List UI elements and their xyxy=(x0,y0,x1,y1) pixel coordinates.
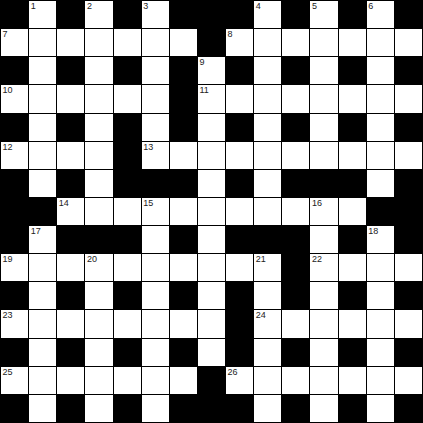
white-cell[interactable] xyxy=(339,310,366,337)
white-cell[interactable] xyxy=(339,367,366,394)
white-cell[interactable] xyxy=(367,310,394,337)
white-cell[interactable] xyxy=(395,310,422,337)
black-cell xyxy=(226,1,253,28)
white-cell[interactable] xyxy=(29,29,56,56)
black-cell xyxy=(198,29,225,56)
white-cell[interactable] xyxy=(282,367,309,394)
white-cell[interactable] xyxy=(85,142,112,169)
clue-number: 5 xyxy=(312,1,317,11)
white-cell[interactable] xyxy=(254,142,281,169)
black-cell xyxy=(395,170,422,197)
black-cell xyxy=(170,1,197,28)
white-cell[interactable]: 9 xyxy=(198,57,225,84)
white-cell[interactable]: 23 xyxy=(1,310,28,337)
white-cell[interactable] xyxy=(282,29,309,56)
clue-number: 11 xyxy=(199,85,208,95)
white-cell[interactable]: 17 xyxy=(29,226,56,253)
white-cell[interactable] xyxy=(85,85,112,112)
clue-number: 17 xyxy=(31,226,41,236)
clue-number: 4 xyxy=(256,1,261,11)
white-cell[interactable] xyxy=(170,254,197,281)
black-cell xyxy=(1,395,28,422)
white-cell[interactable] xyxy=(310,57,337,84)
white-cell[interactable] xyxy=(367,282,394,309)
black-cell xyxy=(282,170,309,197)
white-cell[interactable] xyxy=(170,310,197,337)
white-cell[interactable]: 15 xyxy=(142,198,169,225)
white-cell[interactable] xyxy=(367,57,394,84)
crossword-grid: 1234567891011121314151617181920212223242… xyxy=(0,0,423,423)
black-cell xyxy=(142,170,169,197)
black-cell xyxy=(395,1,422,28)
clue-number: 12 xyxy=(3,142,13,152)
black-cell xyxy=(282,1,309,28)
white-cell[interactable] xyxy=(85,367,112,394)
white-cell[interactable] xyxy=(395,254,422,281)
black-cell xyxy=(226,395,253,422)
white-cell[interactable]: 22 xyxy=(310,254,337,281)
white-cell[interactable] xyxy=(85,170,112,197)
black-cell xyxy=(226,282,253,309)
clue-number: 9 xyxy=(199,57,204,67)
black-cell xyxy=(1,1,28,28)
black-cell xyxy=(198,1,225,28)
black-cell xyxy=(395,198,422,225)
white-cell[interactable] xyxy=(339,142,366,169)
black-cell xyxy=(339,170,366,197)
white-cell[interactable] xyxy=(367,142,394,169)
white-cell[interactable] xyxy=(254,395,281,422)
black-cell xyxy=(170,170,197,197)
white-cell[interactable] xyxy=(85,395,112,422)
white-cell[interactable] xyxy=(310,310,337,337)
white-cell[interactable]: 14 xyxy=(57,198,84,225)
white-cell[interactable] xyxy=(57,310,84,337)
black-cell xyxy=(395,57,422,84)
black-cell xyxy=(170,395,197,422)
black-cell xyxy=(395,395,422,422)
white-cell[interactable] xyxy=(198,310,225,337)
white-cell[interactable]: 5 xyxy=(310,1,337,28)
white-cell[interactable] xyxy=(85,310,112,337)
black-cell xyxy=(57,170,84,197)
white-cell[interactable]: 26 xyxy=(226,367,253,394)
black-cell xyxy=(226,170,253,197)
white-cell[interactable] xyxy=(310,29,337,56)
black-cell xyxy=(57,339,84,366)
black-cell xyxy=(1,198,28,225)
black-cell xyxy=(226,114,253,141)
white-cell[interactable] xyxy=(367,339,394,366)
black-cell xyxy=(282,114,309,141)
black-cell xyxy=(170,114,197,141)
white-cell[interactable] xyxy=(57,85,84,112)
white-cell[interactable]: 19 xyxy=(1,254,28,281)
white-cell[interactable] xyxy=(57,367,84,394)
white-cell[interactable] xyxy=(114,85,141,112)
black-cell xyxy=(226,226,253,253)
white-cell[interactable] xyxy=(198,254,225,281)
white-cell[interactable] xyxy=(367,395,394,422)
white-cell[interactable] xyxy=(142,29,169,56)
white-cell[interactable] xyxy=(282,310,309,337)
black-cell xyxy=(339,57,366,84)
black-cell xyxy=(1,170,28,197)
white-cell[interactable] xyxy=(57,142,84,169)
white-cell[interactable] xyxy=(254,170,281,197)
white-cell[interactable]: 7 xyxy=(1,29,28,56)
white-cell[interactable]: 12 xyxy=(1,142,28,169)
white-cell[interactable] xyxy=(198,142,225,169)
black-cell xyxy=(226,310,253,337)
white-cell[interactable] xyxy=(395,367,422,394)
white-cell[interactable] xyxy=(198,339,225,366)
white-cell[interactable] xyxy=(367,170,394,197)
white-cell[interactable] xyxy=(142,282,169,309)
white-cell[interactable] xyxy=(395,85,422,112)
black-cell xyxy=(1,339,28,366)
black-cell xyxy=(114,57,141,84)
white-cell[interactable] xyxy=(142,395,169,422)
black-cell xyxy=(282,254,309,281)
white-cell[interactable]: 18 xyxy=(367,226,394,253)
white-cell[interactable] xyxy=(310,395,337,422)
white-cell[interactable] xyxy=(114,310,141,337)
clue-number: 23 xyxy=(3,310,13,320)
clue-number: 13 xyxy=(143,142,153,152)
black-cell xyxy=(339,114,366,141)
black-cell xyxy=(57,282,84,309)
white-cell[interactable] xyxy=(142,57,169,84)
white-cell[interactable] xyxy=(29,85,56,112)
white-cell[interactable] xyxy=(254,85,281,112)
white-cell[interactable] xyxy=(226,142,253,169)
white-cell[interactable] xyxy=(29,367,56,394)
black-cell xyxy=(282,395,309,422)
white-cell[interactable] xyxy=(339,198,366,225)
white-cell[interactable] xyxy=(254,29,281,56)
white-cell[interactable]: 21 xyxy=(254,254,281,281)
black-cell xyxy=(339,226,366,253)
white-cell[interactable] xyxy=(339,85,366,112)
white-cell[interactable] xyxy=(29,114,56,141)
white-cell[interactable] xyxy=(29,142,56,169)
white-cell[interactable] xyxy=(170,198,197,225)
white-cell[interactable] xyxy=(142,114,169,141)
white-cell[interactable] xyxy=(367,114,394,141)
clue-number: 21 xyxy=(256,254,266,264)
clue-number: 10 xyxy=(3,85,13,95)
white-cell[interactable] xyxy=(254,282,281,309)
white-cell[interactable] xyxy=(142,367,169,394)
white-cell[interactable] xyxy=(226,85,253,112)
white-cell[interactable] xyxy=(339,29,366,56)
black-cell xyxy=(310,170,337,197)
white-cell[interactable] xyxy=(85,29,112,56)
black-cell xyxy=(395,339,422,366)
white-cell[interactable] xyxy=(395,142,422,169)
white-cell[interactable] xyxy=(310,282,337,309)
black-cell xyxy=(170,226,197,253)
white-cell[interactable] xyxy=(198,170,225,197)
black-cell xyxy=(170,57,197,84)
black-cell xyxy=(254,226,281,253)
black-cell xyxy=(395,226,422,253)
white-cell[interactable] xyxy=(226,198,253,225)
white-cell[interactable] xyxy=(367,85,394,112)
black-cell xyxy=(282,282,309,309)
white-cell[interactable] xyxy=(254,339,281,366)
black-cell xyxy=(367,198,394,225)
black-cell xyxy=(1,57,28,84)
white-cell[interactable] xyxy=(114,367,141,394)
white-cell[interactable] xyxy=(170,142,197,169)
black-cell xyxy=(114,1,141,28)
clue-number: 20 xyxy=(87,254,97,264)
white-cell[interactable] xyxy=(57,29,84,56)
white-cell[interactable] xyxy=(114,29,141,56)
clue-number: 6 xyxy=(368,1,373,11)
black-cell xyxy=(57,226,84,253)
black-cell xyxy=(1,226,28,253)
white-cell[interactable] xyxy=(29,57,56,84)
white-cell[interactable] xyxy=(367,29,394,56)
black-cell xyxy=(170,85,197,112)
black-cell xyxy=(114,170,141,197)
black-cell xyxy=(339,395,366,422)
white-cell[interactable] xyxy=(254,198,281,225)
white-cell[interactable] xyxy=(29,339,56,366)
clue-number: 14 xyxy=(59,198,69,208)
clue-number: 3 xyxy=(143,1,148,11)
black-cell xyxy=(339,282,366,309)
white-cell[interactable] xyxy=(254,367,281,394)
black-cell xyxy=(170,282,197,309)
white-cell[interactable]: 25 xyxy=(1,367,28,394)
white-cell[interactable] xyxy=(142,310,169,337)
white-cell[interactable] xyxy=(395,29,422,56)
black-cell xyxy=(57,1,84,28)
white-cell[interactable] xyxy=(85,282,112,309)
white-cell[interactable] xyxy=(198,114,225,141)
white-cell[interactable] xyxy=(198,226,225,253)
white-cell[interactable] xyxy=(310,339,337,366)
white-cell[interactable] xyxy=(85,198,112,225)
white-cell[interactable]: 8 xyxy=(226,29,253,56)
white-cell[interactable] xyxy=(310,85,337,112)
white-cell[interactable] xyxy=(142,339,169,366)
black-cell xyxy=(57,57,84,84)
black-cell xyxy=(114,395,141,422)
white-cell[interactable] xyxy=(310,114,337,141)
white-cell[interactable]: 11 xyxy=(198,85,225,112)
white-cell[interactable] xyxy=(282,85,309,112)
clue-number: 16 xyxy=(312,198,322,208)
white-cell[interactable] xyxy=(85,57,112,84)
white-cell[interactable] xyxy=(85,114,112,141)
black-cell xyxy=(29,198,56,225)
black-cell xyxy=(282,57,309,84)
black-cell xyxy=(170,339,197,366)
clue-number: 25 xyxy=(3,367,13,377)
white-cell[interactable] xyxy=(170,29,197,56)
white-cell[interactable] xyxy=(367,254,394,281)
white-cell[interactable] xyxy=(29,254,56,281)
white-cell[interactable]: 3 xyxy=(142,1,169,28)
white-cell[interactable] xyxy=(226,254,253,281)
white-cell[interactable]: 16 xyxy=(310,198,337,225)
white-cell[interactable] xyxy=(114,254,141,281)
white-cell[interactable] xyxy=(198,282,225,309)
white-cell[interactable]: 2 xyxy=(85,1,112,28)
clue-number: 7 xyxy=(3,29,8,39)
white-cell[interactable] xyxy=(367,367,394,394)
white-cell[interactable] xyxy=(114,198,141,225)
black-cell xyxy=(114,339,141,366)
white-cell[interactable]: 20 xyxy=(85,254,112,281)
white-cell[interactable] xyxy=(142,226,169,253)
black-cell xyxy=(1,282,28,309)
black-cell xyxy=(57,395,84,422)
black-cell xyxy=(114,114,141,141)
white-cell[interactable]: 13 xyxy=(142,142,169,169)
black-cell xyxy=(395,114,422,141)
clue-number: 2 xyxy=(87,1,92,11)
clue-number: 22 xyxy=(312,254,322,264)
white-cell[interactable] xyxy=(29,170,56,197)
white-cell[interactable] xyxy=(339,254,366,281)
white-cell[interactable]: 24 xyxy=(254,310,281,337)
clue-number: 8 xyxy=(228,29,233,39)
white-cell[interactable] xyxy=(310,226,337,253)
white-cell[interactable] xyxy=(57,254,84,281)
clue-number: 15 xyxy=(143,198,153,208)
white-cell[interactable] xyxy=(254,114,281,141)
black-cell xyxy=(114,226,141,253)
clue-number: 19 xyxy=(3,254,13,264)
white-cell[interactable] xyxy=(142,85,169,112)
clue-number: 24 xyxy=(256,310,266,320)
black-cell xyxy=(339,339,366,366)
black-cell xyxy=(1,114,28,141)
black-cell xyxy=(114,282,141,309)
black-cell xyxy=(395,282,422,309)
white-cell[interactable]: 4 xyxy=(254,1,281,28)
clue-number: 26 xyxy=(228,367,238,377)
black-cell xyxy=(114,142,141,169)
white-cell[interactable] xyxy=(198,198,225,225)
black-cell xyxy=(226,57,253,84)
white-cell[interactable] xyxy=(282,198,309,225)
white-cell[interactable] xyxy=(254,57,281,84)
white-cell[interactable]: 6 xyxy=(367,1,394,28)
white-cell[interactable] xyxy=(282,142,309,169)
white-cell[interactable] xyxy=(142,254,169,281)
white-cell[interactable] xyxy=(29,282,56,309)
black-cell xyxy=(85,226,112,253)
white-cell[interactable]: 10 xyxy=(1,85,28,112)
black-cell xyxy=(226,339,253,366)
white-cell[interactable] xyxy=(310,367,337,394)
white-cell[interactable] xyxy=(29,395,56,422)
white-cell[interactable] xyxy=(310,142,337,169)
white-cell[interactable]: 1 xyxy=(29,1,56,28)
clue-number: 1 xyxy=(31,1,36,11)
white-cell[interactable] xyxy=(29,310,56,337)
black-cell xyxy=(282,339,309,366)
black-cell xyxy=(339,1,366,28)
black-cell xyxy=(198,395,225,422)
white-cell[interactable] xyxy=(85,339,112,366)
black-cell xyxy=(282,226,309,253)
white-cell[interactable] xyxy=(170,367,197,394)
black-cell xyxy=(198,367,225,394)
black-cell xyxy=(57,114,84,141)
clue-number: 18 xyxy=(368,226,378,236)
